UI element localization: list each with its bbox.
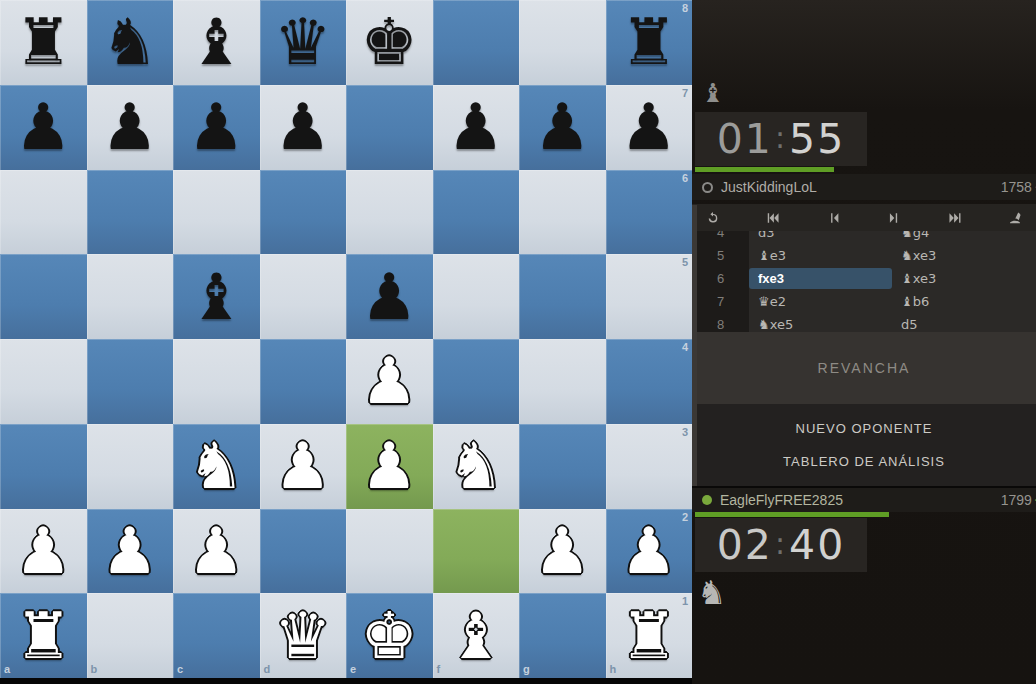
square-c3[interactable]: ♞ xyxy=(173,424,260,509)
flip-board-icon[interactable] xyxy=(700,209,726,227)
white-move-cell[interactable]: d3 xyxy=(749,231,892,243)
file-label-d: d xyxy=(264,664,271,675)
black-move-cell[interactable]: ♞xe3 xyxy=(892,245,1035,266)
file-label-b: b xyxy=(91,664,98,675)
square-a8[interactable]: ♜ xyxy=(0,0,87,85)
clock-colon: : xyxy=(775,526,787,561)
move-row-7: 7♛e2♝b6 xyxy=(692,290,1036,313)
white-queen[interactable]: ♛ xyxy=(274,604,331,668)
move-row-5: 5♝e3♞xe3 xyxy=(692,244,1036,267)
black-knight[interactable]: ♞ xyxy=(101,10,158,74)
square-c7[interactable]: ♟ xyxy=(173,85,260,170)
move-number: 6 xyxy=(692,271,749,286)
square-a5[interactable] xyxy=(0,254,87,339)
white-pawn[interactable]: ♟ xyxy=(534,519,591,583)
square-h5[interactable]: 5 xyxy=(606,254,693,339)
square-a1[interactable]: ♜a xyxy=(0,593,87,678)
black-pawn[interactable]: ♟ xyxy=(274,95,331,159)
square-e7[interactable] xyxy=(346,85,433,170)
square-c5[interactable]: ♝ xyxy=(173,254,260,339)
move-number: 4 xyxy=(692,231,749,240)
move-number: 5 xyxy=(692,248,749,263)
square-f2[interactable] xyxy=(433,509,520,594)
analysis-board-button[interactable]: TABLERO DE ANÁLISIS xyxy=(777,453,951,470)
file-label-f: f xyxy=(437,664,441,675)
white-knight[interactable]: ♞ xyxy=(188,434,245,498)
move-number: 7 xyxy=(692,294,749,309)
rank-label-1: 1 xyxy=(682,596,688,607)
square-f3[interactable]: ♞ xyxy=(433,424,520,509)
top-player-row: JustKiddingLoL 1758 − xyxy=(692,174,1036,200)
square-f1[interactable]: ♝f xyxy=(433,593,520,678)
square-g3[interactable] xyxy=(519,424,606,509)
square-h4[interactable]: 4 xyxy=(606,339,693,424)
white-rook[interactable]: ♜ xyxy=(620,604,677,668)
white-pawn[interactable]: ♟ xyxy=(361,349,418,413)
top-player-rating: 1758 xyxy=(1001,179,1032,195)
clock-colon: : xyxy=(775,120,787,155)
square-g7[interactable]: ♟ xyxy=(519,85,606,170)
rank-label-3: 3 xyxy=(682,427,688,438)
white-move-cell[interactable]: ♛e2 xyxy=(749,291,892,312)
square-d3[interactable]: ♟ xyxy=(260,424,347,509)
square-c2[interactable]: ♟ xyxy=(173,509,260,594)
panel-edge-strip xyxy=(692,205,697,486)
square-a7[interactable]: ♟ xyxy=(0,85,87,170)
first-move-icon[interactable] xyxy=(760,209,786,227)
clock-minutes: 01 xyxy=(717,115,773,163)
square-f7[interactable]: ♟ xyxy=(433,85,520,170)
square-g6[interactable] xyxy=(519,170,606,255)
square-b8[interactable]: ♞ xyxy=(87,0,174,85)
white-pawn[interactable]: ♟ xyxy=(620,519,677,583)
square-d1[interactable]: ♛d xyxy=(260,593,347,678)
move-row-6: 6fxe3♝xe3 xyxy=(692,267,1036,290)
black-move-cell[interactable]: ♞g4 xyxy=(892,231,1035,243)
top-player-name[interactable]: JustKiddingLoL xyxy=(721,179,817,195)
game-screen: ♜♞♝♛♚♜8♟♟♟♟♟♟♟76♝♟5♟4♞♟♟♞3♟♟♟♟♟2♜abc♛d♚e… xyxy=(0,0,1036,684)
white-move-cell[interactable]: ♞xe5 xyxy=(749,314,892,332)
bottom-player-rating: 1799 xyxy=(1001,492,1032,508)
black-pawn[interactable]: ♟ xyxy=(101,95,158,159)
square-d5[interactable] xyxy=(260,254,347,339)
square-g2[interactable]: ♟ xyxy=(519,509,606,594)
rank-label-2: 2 xyxy=(682,512,688,523)
bottom-player-name[interactable]: EagleFlyFREE2825 xyxy=(720,492,843,508)
white-bishop[interactable]: ♝ xyxy=(447,604,504,668)
online-status-icon xyxy=(702,495,712,505)
black-pawn[interactable]: ♟ xyxy=(447,95,504,159)
top-player-clock: 01:55 xyxy=(695,112,867,166)
black-queen[interactable]: ♛ xyxy=(274,10,331,74)
file-label-e: e xyxy=(350,664,356,675)
square-h7[interactable]: ♟7 xyxy=(606,85,693,170)
move-number: 8 xyxy=(692,317,749,332)
square-f6[interactable] xyxy=(433,170,520,255)
black-pawn[interactable]: ♟ xyxy=(534,95,591,159)
square-g1[interactable]: g xyxy=(519,593,606,678)
square-e8[interactable]: ♚ xyxy=(346,0,433,85)
square-d2[interactable] xyxy=(260,509,347,594)
game-sidebar: ♝ 01:55 JustKiddingLoL 1758 − 4d3♞g45♝e3… xyxy=(692,0,1036,684)
bottom-player-row: EagleFlyFREE2825 1799 + xyxy=(692,488,1036,512)
white-pawn[interactable]: ♟ xyxy=(15,519,72,583)
white-move-cell[interactable]: ♝e3 xyxy=(749,245,892,266)
bottom-player-time-bar xyxy=(695,512,889,517)
square-h1[interactable]: ♜h1 xyxy=(606,593,693,678)
square-f4[interactable] xyxy=(433,339,520,424)
square-e1[interactable]: ♚e xyxy=(346,593,433,678)
square-a3[interactable] xyxy=(0,424,87,509)
captured-knight-icon: ♞ xyxy=(697,576,727,609)
square-d8[interactable]: ♛ xyxy=(260,0,347,85)
rank-label-7: 7 xyxy=(682,88,688,99)
bottom-player-clock: 02:40 xyxy=(695,518,867,572)
square-b6[interactable] xyxy=(87,170,174,255)
clock-seconds: 40 xyxy=(789,521,845,569)
white-pawn[interactable]: ♟ xyxy=(101,519,158,583)
square-c6[interactable] xyxy=(173,170,260,255)
square-h6[interactable]: 6 xyxy=(606,170,693,255)
rank-label-6: 6 xyxy=(682,173,688,184)
square-e6[interactable] xyxy=(346,170,433,255)
square-h3[interactable]: 3 xyxy=(606,424,693,509)
square-d7[interactable]: ♟ xyxy=(260,85,347,170)
white-pawn[interactable]: ♟ xyxy=(361,434,418,498)
rank-label-8: 8 xyxy=(682,3,688,14)
square-e5[interactable]: ♟ xyxy=(346,254,433,339)
file-label-h: h xyxy=(610,664,617,675)
square-c1[interactable]: c xyxy=(173,593,260,678)
black-pawn[interactable]: ♟ xyxy=(620,95,677,159)
square-c4[interactable] xyxy=(173,339,260,424)
black-move-cell[interactable]: ♝b6 xyxy=(892,291,1035,312)
rematch-button[interactable]: REVANCHA xyxy=(692,332,1036,404)
chess-board[interactable]: ♜♞♝♛♚♜8♟♟♟♟♟♟♟76♝♟5♟4♞♟♟♞3♟♟♟♟♟2♜abc♛d♚e… xyxy=(0,0,692,678)
black-bishop[interactable]: ♝ xyxy=(188,10,245,74)
last-move-icon[interactable] xyxy=(942,209,968,227)
file-label-a: a xyxy=(4,664,10,675)
captured-bishop-icon: ♝ xyxy=(701,80,724,106)
board-bottom-strip xyxy=(0,678,692,684)
black-move-cell[interactable]: ♝xe3 xyxy=(892,268,1035,289)
square-d4[interactable] xyxy=(260,339,347,424)
square-e4[interactable]: ♟ xyxy=(346,339,433,424)
square-h2[interactable]: ♟2 xyxy=(606,509,693,594)
black-rook[interactable]: ♜ xyxy=(15,10,72,74)
white-king[interactable]: ♚ xyxy=(361,604,418,668)
square-h8[interactable]: ♜8 xyxy=(606,0,693,85)
square-b2[interactable]: ♟ xyxy=(87,509,174,594)
analysis-icon[interactable] xyxy=(1002,209,1028,227)
square-e3[interactable]: ♟ xyxy=(346,424,433,509)
next-move-icon[interactable] xyxy=(881,209,907,227)
rank-label-5: 5 xyxy=(682,257,688,268)
square-b7[interactable]: ♟ xyxy=(87,85,174,170)
black-rook[interactable]: ♜ xyxy=(620,10,677,74)
post-game-links: NUEVO OPONENTE TABLERO DE ANÁLISIS xyxy=(692,404,1036,486)
rank-label-4: 4 xyxy=(682,342,688,353)
square-b5[interactable] xyxy=(87,254,174,339)
black-king[interactable]: ♚ xyxy=(361,10,418,74)
white-rook[interactable]: ♜ xyxy=(15,604,72,668)
file-label-c: c xyxy=(177,664,183,675)
square-a2[interactable]: ♟ xyxy=(0,509,87,594)
black-pawn[interactable]: ♟ xyxy=(188,95,245,159)
move-list[interactable]: 4d3♞g45♝e3♞xe36fxe3♝xe37♛e2♝b68♞xe5d5 xyxy=(692,231,1036,332)
white-knight[interactable]: ♞ xyxy=(447,434,504,498)
square-b1[interactable]: b xyxy=(87,593,174,678)
square-a6[interactable] xyxy=(0,170,87,255)
clock-minutes: 02 xyxy=(717,521,773,569)
new-opponent-button[interactable]: NUEVO OPONENTE xyxy=(790,420,939,437)
black-pawn[interactable]: ♟ xyxy=(361,265,418,329)
move-row-4: 4d3♞g4 xyxy=(692,231,1036,244)
square-a4[interactable] xyxy=(0,339,87,424)
file-label-g: g xyxy=(523,664,530,675)
square-c8[interactable]: ♝ xyxy=(173,0,260,85)
square-g5[interactable] xyxy=(519,254,606,339)
square-e2[interactable] xyxy=(346,509,433,594)
square-b3[interactable] xyxy=(87,424,174,509)
move-navigation-bar xyxy=(692,204,1036,231)
square-f8[interactable] xyxy=(433,0,520,85)
top-player-time-bar xyxy=(695,167,834,172)
square-f5[interactable] xyxy=(433,254,520,339)
clock-seconds: 55 xyxy=(789,115,845,163)
move-row-8: 8♞xe5d5 xyxy=(692,313,1036,332)
previous-move-icon[interactable] xyxy=(821,209,847,227)
black-bishop[interactable]: ♝ xyxy=(188,265,245,329)
square-d6[interactable] xyxy=(260,170,347,255)
offline-status-icon xyxy=(702,182,713,193)
white-move-cell[interactable]: fxe3 xyxy=(749,268,892,289)
square-g8[interactable] xyxy=(519,0,606,85)
square-g4[interactable] xyxy=(519,339,606,424)
white-pawn[interactable]: ♟ xyxy=(274,434,331,498)
square-b4[interactable] xyxy=(87,339,174,424)
white-pawn[interactable]: ♟ xyxy=(188,519,245,583)
black-pawn[interactable]: ♟ xyxy=(15,95,72,159)
black-move-cell[interactable]: d5 xyxy=(892,314,1035,332)
